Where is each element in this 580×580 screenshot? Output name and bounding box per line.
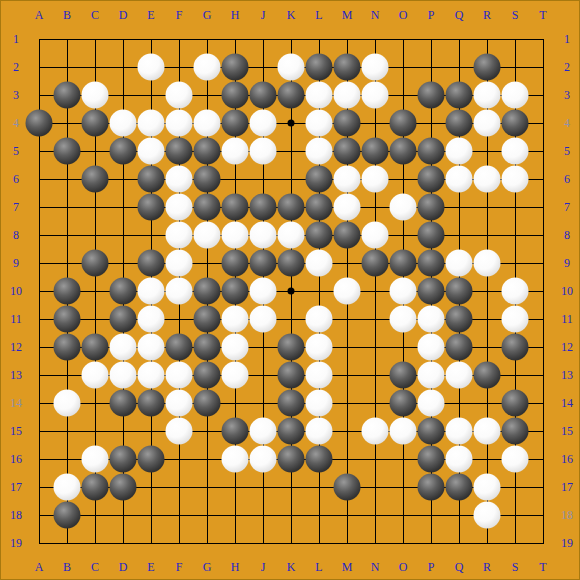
intersection-B2[interactable] <box>53 53 81 81</box>
intersection-B5[interactable] <box>53 137 81 165</box>
intersection-R9[interactable] <box>473 249 501 277</box>
intersection-A17[interactable] <box>25 473 53 501</box>
intersection-A8[interactable] <box>25 221 53 249</box>
intersection-E4[interactable] <box>137 109 165 137</box>
intersection-M7[interactable] <box>333 193 361 221</box>
intersection-H19[interactable] <box>221 529 249 557</box>
intersection-H15[interactable] <box>221 417 249 445</box>
intersection-L15[interactable] <box>305 417 333 445</box>
intersection-M11[interactable] <box>333 305 361 333</box>
intersection-N10[interactable] <box>361 277 389 305</box>
intersection-O12[interactable] <box>389 333 417 361</box>
intersection-M4[interactable] <box>333 109 361 137</box>
intersection-B13[interactable] <box>53 361 81 389</box>
intersection-E17[interactable] <box>137 473 165 501</box>
intersection-L14[interactable] <box>305 389 333 417</box>
intersection-S14[interactable] <box>501 389 529 417</box>
intersection-G2[interactable] <box>193 53 221 81</box>
intersection-R4[interactable] <box>473 109 501 137</box>
intersection-B4[interactable] <box>53 109 81 137</box>
intersection-H18[interactable] <box>221 501 249 529</box>
intersection-C16[interactable] <box>81 445 109 473</box>
intersection-N16[interactable] <box>361 445 389 473</box>
intersection-J19[interactable] <box>249 529 277 557</box>
intersection-F15[interactable] <box>165 417 193 445</box>
intersection-T18[interactable] <box>529 501 557 529</box>
intersection-A18[interactable] <box>25 501 53 529</box>
intersection-E12[interactable] <box>137 333 165 361</box>
intersection-G19[interactable] <box>193 529 221 557</box>
intersection-O5[interactable] <box>389 137 417 165</box>
intersection-Q5[interactable] <box>445 137 473 165</box>
intersection-C9[interactable] <box>81 249 109 277</box>
intersection-J18[interactable] <box>249 501 277 529</box>
intersection-C13[interactable] <box>81 361 109 389</box>
intersection-O19[interactable] <box>389 529 417 557</box>
intersection-S1[interactable] <box>501 25 529 53</box>
intersection-R2[interactable] <box>473 53 501 81</box>
intersection-J8[interactable] <box>249 221 277 249</box>
intersection-T13[interactable] <box>529 361 557 389</box>
intersection-T14[interactable] <box>529 389 557 417</box>
intersection-F17[interactable] <box>165 473 193 501</box>
intersection-C5[interactable] <box>81 137 109 165</box>
intersection-C18[interactable] <box>81 501 109 529</box>
intersection-A13[interactable] <box>25 361 53 389</box>
intersection-E18[interactable] <box>137 501 165 529</box>
intersection-J4[interactable] <box>249 109 277 137</box>
intersection-C1[interactable] <box>81 25 109 53</box>
intersection-A11[interactable] <box>25 305 53 333</box>
intersection-O4[interactable] <box>389 109 417 137</box>
intersection-A9[interactable] <box>25 249 53 277</box>
intersection-B17[interactable] <box>53 473 81 501</box>
intersection-Q14[interactable] <box>445 389 473 417</box>
intersection-F12[interactable] <box>165 333 193 361</box>
intersection-D8[interactable] <box>109 221 137 249</box>
intersection-B16[interactable] <box>53 445 81 473</box>
intersection-E10[interactable] <box>137 277 165 305</box>
intersection-H12[interactable] <box>221 333 249 361</box>
intersection-C19[interactable] <box>81 529 109 557</box>
intersection-S13[interactable] <box>501 361 529 389</box>
intersection-D16[interactable] <box>109 445 137 473</box>
intersection-P2[interactable] <box>417 53 445 81</box>
intersection-C4[interactable] <box>81 109 109 137</box>
intersection-M17[interactable] <box>333 473 361 501</box>
intersection-H7[interactable] <box>221 193 249 221</box>
intersection-J2[interactable] <box>249 53 277 81</box>
intersection-L1[interactable] <box>305 25 333 53</box>
intersection-G13[interactable] <box>193 361 221 389</box>
intersection-H17[interactable] <box>221 473 249 501</box>
intersection-Q12[interactable] <box>445 333 473 361</box>
intersection-Q3[interactable] <box>445 81 473 109</box>
intersection-Q10[interactable] <box>445 277 473 305</box>
intersection-N13[interactable] <box>361 361 389 389</box>
intersection-O10[interactable] <box>389 277 417 305</box>
intersection-R6[interactable] <box>473 165 501 193</box>
intersection-K17[interactable] <box>277 473 305 501</box>
intersection-H16[interactable] <box>221 445 249 473</box>
intersection-J11[interactable] <box>249 305 277 333</box>
intersection-P14[interactable] <box>417 389 445 417</box>
intersection-T10[interactable] <box>529 277 557 305</box>
intersection-E8[interactable] <box>137 221 165 249</box>
intersection-Q17[interactable] <box>445 473 473 501</box>
intersection-T5[interactable] <box>529 137 557 165</box>
intersection-B11[interactable] <box>53 305 81 333</box>
intersection-Q4[interactable] <box>445 109 473 137</box>
intersection-Q7[interactable] <box>445 193 473 221</box>
intersection-M18[interactable] <box>333 501 361 529</box>
intersection-S9[interactable] <box>501 249 529 277</box>
intersection-L7[interactable] <box>305 193 333 221</box>
intersection-Q18[interactable] <box>445 501 473 529</box>
intersection-P9[interactable] <box>417 249 445 277</box>
intersection-E14[interactable] <box>137 389 165 417</box>
intersection-H5[interactable] <box>221 137 249 165</box>
intersection-S7[interactable] <box>501 193 529 221</box>
intersection-D6[interactable] <box>109 165 137 193</box>
intersection-G8[interactable] <box>193 221 221 249</box>
intersection-F10[interactable] <box>165 277 193 305</box>
intersection-K11[interactable] <box>277 305 305 333</box>
intersection-K19[interactable] <box>277 529 305 557</box>
intersection-S5[interactable] <box>501 137 529 165</box>
intersection-E9[interactable] <box>137 249 165 277</box>
intersection-S8[interactable] <box>501 221 529 249</box>
intersection-J12[interactable] <box>249 333 277 361</box>
intersection-O8[interactable] <box>389 221 417 249</box>
intersection-L11[interactable] <box>305 305 333 333</box>
intersection-J3[interactable] <box>249 81 277 109</box>
intersection-L16[interactable] <box>305 445 333 473</box>
intersection-O1[interactable] <box>389 25 417 53</box>
intersection-P13[interactable] <box>417 361 445 389</box>
intersection-G1[interactable] <box>193 25 221 53</box>
intersection-E19[interactable] <box>137 529 165 557</box>
intersection-P17[interactable] <box>417 473 445 501</box>
intersection-G14[interactable] <box>193 389 221 417</box>
intersection-E11[interactable] <box>137 305 165 333</box>
intersection-M5[interactable] <box>333 137 361 165</box>
intersection-Q15[interactable] <box>445 417 473 445</box>
intersection-D11[interactable] <box>109 305 137 333</box>
intersection-C17[interactable] <box>81 473 109 501</box>
intersection-M8[interactable] <box>333 221 361 249</box>
intersection-K5[interactable] <box>277 137 305 165</box>
intersection-F19[interactable] <box>165 529 193 557</box>
intersection-R14[interactable] <box>473 389 501 417</box>
intersection-F1[interactable] <box>165 25 193 53</box>
intersection-O15[interactable] <box>389 417 417 445</box>
intersection-R8[interactable] <box>473 221 501 249</box>
intersection-K15[interactable] <box>277 417 305 445</box>
intersection-P3[interactable] <box>417 81 445 109</box>
intersection-R16[interactable] <box>473 445 501 473</box>
intersection-L19[interactable] <box>305 529 333 557</box>
intersection-S15[interactable] <box>501 417 529 445</box>
intersection-S12[interactable] <box>501 333 529 361</box>
intersection-A2[interactable] <box>25 53 53 81</box>
intersection-F9[interactable] <box>165 249 193 277</box>
intersection-L6[interactable] <box>305 165 333 193</box>
intersection-D4[interactable] <box>109 109 137 137</box>
intersection-M16[interactable] <box>333 445 361 473</box>
intersection-J14[interactable] <box>249 389 277 417</box>
intersection-S17[interactable] <box>501 473 529 501</box>
intersection-S3[interactable] <box>501 81 529 109</box>
intersection-Q8[interactable] <box>445 221 473 249</box>
intersection-E13[interactable] <box>137 361 165 389</box>
intersection-B15[interactable] <box>53 417 81 445</box>
intersection-M15[interactable] <box>333 417 361 445</box>
intersection-C2[interactable] <box>81 53 109 81</box>
intersection-N4[interactable] <box>361 109 389 137</box>
intersection-S19[interactable] <box>501 529 529 557</box>
intersection-R18[interactable] <box>473 501 501 529</box>
intersection-P10[interactable] <box>417 277 445 305</box>
intersection-E6[interactable] <box>137 165 165 193</box>
intersection-S10[interactable] <box>501 277 529 305</box>
intersection-E7[interactable] <box>137 193 165 221</box>
intersection-O18[interactable] <box>389 501 417 529</box>
intersection-C7[interactable] <box>81 193 109 221</box>
intersection-M3[interactable] <box>333 81 361 109</box>
intersection-J17[interactable] <box>249 473 277 501</box>
intersection-C10[interactable] <box>81 277 109 305</box>
intersection-G5[interactable] <box>193 137 221 165</box>
intersection-F16[interactable] <box>165 445 193 473</box>
intersection-P11[interactable] <box>417 305 445 333</box>
intersection-T7[interactable] <box>529 193 557 221</box>
intersection-D17[interactable] <box>109 473 137 501</box>
intersection-K13[interactable] <box>277 361 305 389</box>
intersection-R12[interactable] <box>473 333 501 361</box>
intersection-Q6[interactable] <box>445 165 473 193</box>
intersection-K4[interactable] <box>277 109 305 137</box>
intersection-B6[interactable] <box>53 165 81 193</box>
intersection-A6[interactable] <box>25 165 53 193</box>
intersection-H1[interactable] <box>221 25 249 53</box>
intersection-F6[interactable] <box>165 165 193 193</box>
intersection-O6[interactable] <box>389 165 417 193</box>
intersection-L12[interactable] <box>305 333 333 361</box>
intersection-A10[interactable] <box>25 277 53 305</box>
intersection-L2[interactable] <box>305 53 333 81</box>
intersection-T6[interactable] <box>529 165 557 193</box>
intersection-F7[interactable] <box>165 193 193 221</box>
intersection-J9[interactable] <box>249 249 277 277</box>
intersection-D15[interactable] <box>109 417 137 445</box>
intersection-T11[interactable] <box>529 305 557 333</box>
intersection-R10[interactable] <box>473 277 501 305</box>
intersection-J5[interactable] <box>249 137 277 165</box>
intersection-E5[interactable] <box>137 137 165 165</box>
intersection-T1[interactable] <box>529 25 557 53</box>
intersection-A1[interactable] <box>25 25 53 53</box>
intersection-A14[interactable] <box>25 389 53 417</box>
intersection-N8[interactable] <box>361 221 389 249</box>
intersection-D14[interactable] <box>109 389 137 417</box>
intersection-H10[interactable] <box>221 277 249 305</box>
intersection-D2[interactable] <box>109 53 137 81</box>
intersection-O17[interactable] <box>389 473 417 501</box>
intersection-R3[interactable] <box>473 81 501 109</box>
intersection-C12[interactable] <box>81 333 109 361</box>
intersection-R17[interactable] <box>473 473 501 501</box>
intersection-F8[interactable] <box>165 221 193 249</box>
intersection-R15[interactable] <box>473 417 501 445</box>
intersection-N17[interactable] <box>361 473 389 501</box>
intersection-P16[interactable] <box>417 445 445 473</box>
intersection-B18[interactable] <box>53 501 81 529</box>
intersection-G18[interactable] <box>193 501 221 529</box>
intersection-G6[interactable] <box>193 165 221 193</box>
intersection-K3[interactable] <box>277 81 305 109</box>
intersection-O16[interactable] <box>389 445 417 473</box>
intersection-M1[interactable] <box>333 25 361 53</box>
intersection-S11[interactable] <box>501 305 529 333</box>
intersection-M9[interactable] <box>333 249 361 277</box>
intersection-T15[interactable] <box>529 417 557 445</box>
intersection-K9[interactable] <box>277 249 305 277</box>
intersection-P8[interactable] <box>417 221 445 249</box>
intersection-J7[interactable] <box>249 193 277 221</box>
intersection-G9[interactable] <box>193 249 221 277</box>
intersection-A19[interactable] <box>25 529 53 557</box>
intersection-T8[interactable] <box>529 221 557 249</box>
intersection-J6[interactable] <box>249 165 277 193</box>
intersection-R13[interactable] <box>473 361 501 389</box>
intersection-K18[interactable] <box>277 501 305 529</box>
intersection-G10[interactable] <box>193 277 221 305</box>
intersection-L18[interactable] <box>305 501 333 529</box>
intersection-F5[interactable] <box>165 137 193 165</box>
intersection-H3[interactable] <box>221 81 249 109</box>
intersection-A7[interactable] <box>25 193 53 221</box>
intersection-G17[interactable] <box>193 473 221 501</box>
intersection-C11[interactable] <box>81 305 109 333</box>
intersection-N1[interactable] <box>361 25 389 53</box>
intersection-D12[interactable] <box>109 333 137 361</box>
intersection-N11[interactable] <box>361 305 389 333</box>
intersection-N3[interactable] <box>361 81 389 109</box>
intersection-P6[interactable] <box>417 165 445 193</box>
intersection-B19[interactable] <box>53 529 81 557</box>
intersection-P1[interactable] <box>417 25 445 53</box>
intersection-K2[interactable] <box>277 53 305 81</box>
intersection-D1[interactable] <box>109 25 137 53</box>
intersection-J1[interactable] <box>249 25 277 53</box>
intersection-D3[interactable] <box>109 81 137 109</box>
intersection-L13[interactable] <box>305 361 333 389</box>
intersection-S2[interactable] <box>501 53 529 81</box>
intersection-H9[interactable] <box>221 249 249 277</box>
intersection-O11[interactable] <box>389 305 417 333</box>
intersection-S6[interactable] <box>501 165 529 193</box>
intersection-D13[interactable] <box>109 361 137 389</box>
intersection-E3[interactable] <box>137 81 165 109</box>
intersection-A12[interactable] <box>25 333 53 361</box>
intersection-L17[interactable] <box>305 473 333 501</box>
intersection-T9[interactable] <box>529 249 557 277</box>
intersection-P12[interactable] <box>417 333 445 361</box>
intersection-K14[interactable] <box>277 389 305 417</box>
intersection-E15[interactable] <box>137 417 165 445</box>
intersection-L3[interactable] <box>305 81 333 109</box>
intersection-H11[interactable] <box>221 305 249 333</box>
intersection-M10[interactable] <box>333 277 361 305</box>
intersection-H14[interactable] <box>221 389 249 417</box>
intersection-D19[interactable] <box>109 529 137 557</box>
intersection-N14[interactable] <box>361 389 389 417</box>
go-board-grid[interactable] <box>25 25 557 557</box>
intersection-N15[interactable] <box>361 417 389 445</box>
intersection-G4[interactable] <box>193 109 221 137</box>
intersection-A5[interactable] <box>25 137 53 165</box>
intersection-F3[interactable] <box>165 81 193 109</box>
intersection-Q9[interactable] <box>445 249 473 277</box>
intersection-B7[interactable] <box>53 193 81 221</box>
intersection-G11[interactable] <box>193 305 221 333</box>
intersection-B12[interactable] <box>53 333 81 361</box>
intersection-R19[interactable] <box>473 529 501 557</box>
intersection-N12[interactable] <box>361 333 389 361</box>
intersection-J10[interactable] <box>249 277 277 305</box>
intersection-L10[interactable] <box>305 277 333 305</box>
intersection-D5[interactable] <box>109 137 137 165</box>
intersection-P18[interactable] <box>417 501 445 529</box>
intersection-A16[interactable] <box>25 445 53 473</box>
intersection-B8[interactable] <box>53 221 81 249</box>
intersection-K12[interactable] <box>277 333 305 361</box>
intersection-Q2[interactable] <box>445 53 473 81</box>
intersection-O3[interactable] <box>389 81 417 109</box>
intersection-E2[interactable] <box>137 53 165 81</box>
intersection-N6[interactable] <box>361 165 389 193</box>
intersection-N2[interactable] <box>361 53 389 81</box>
intersection-N9[interactable] <box>361 249 389 277</box>
intersection-Q11[interactable] <box>445 305 473 333</box>
intersection-O2[interactable] <box>389 53 417 81</box>
intersection-L4[interactable] <box>305 109 333 137</box>
intersection-M6[interactable] <box>333 165 361 193</box>
intersection-Q13[interactable] <box>445 361 473 389</box>
intersection-A4[interactable] <box>25 109 53 137</box>
intersection-K10[interactable] <box>277 277 305 305</box>
intersection-P4[interactable] <box>417 109 445 137</box>
intersection-B3[interactable] <box>53 81 81 109</box>
intersection-L9[interactable] <box>305 249 333 277</box>
intersection-B10[interactable] <box>53 277 81 305</box>
intersection-T3[interactable] <box>529 81 557 109</box>
intersection-B14[interactable] <box>53 389 81 417</box>
intersection-H6[interactable] <box>221 165 249 193</box>
intersection-B1[interactable] <box>53 25 81 53</box>
intersection-K1[interactable] <box>277 25 305 53</box>
intersection-O9[interactable] <box>389 249 417 277</box>
intersection-L5[interactable] <box>305 137 333 165</box>
intersection-P7[interactable] <box>417 193 445 221</box>
intersection-L8[interactable] <box>305 221 333 249</box>
intersection-M13[interactable] <box>333 361 361 389</box>
intersection-F4[interactable] <box>165 109 193 137</box>
intersection-O7[interactable] <box>389 193 417 221</box>
intersection-N5[interactable] <box>361 137 389 165</box>
intersection-R7[interactable] <box>473 193 501 221</box>
